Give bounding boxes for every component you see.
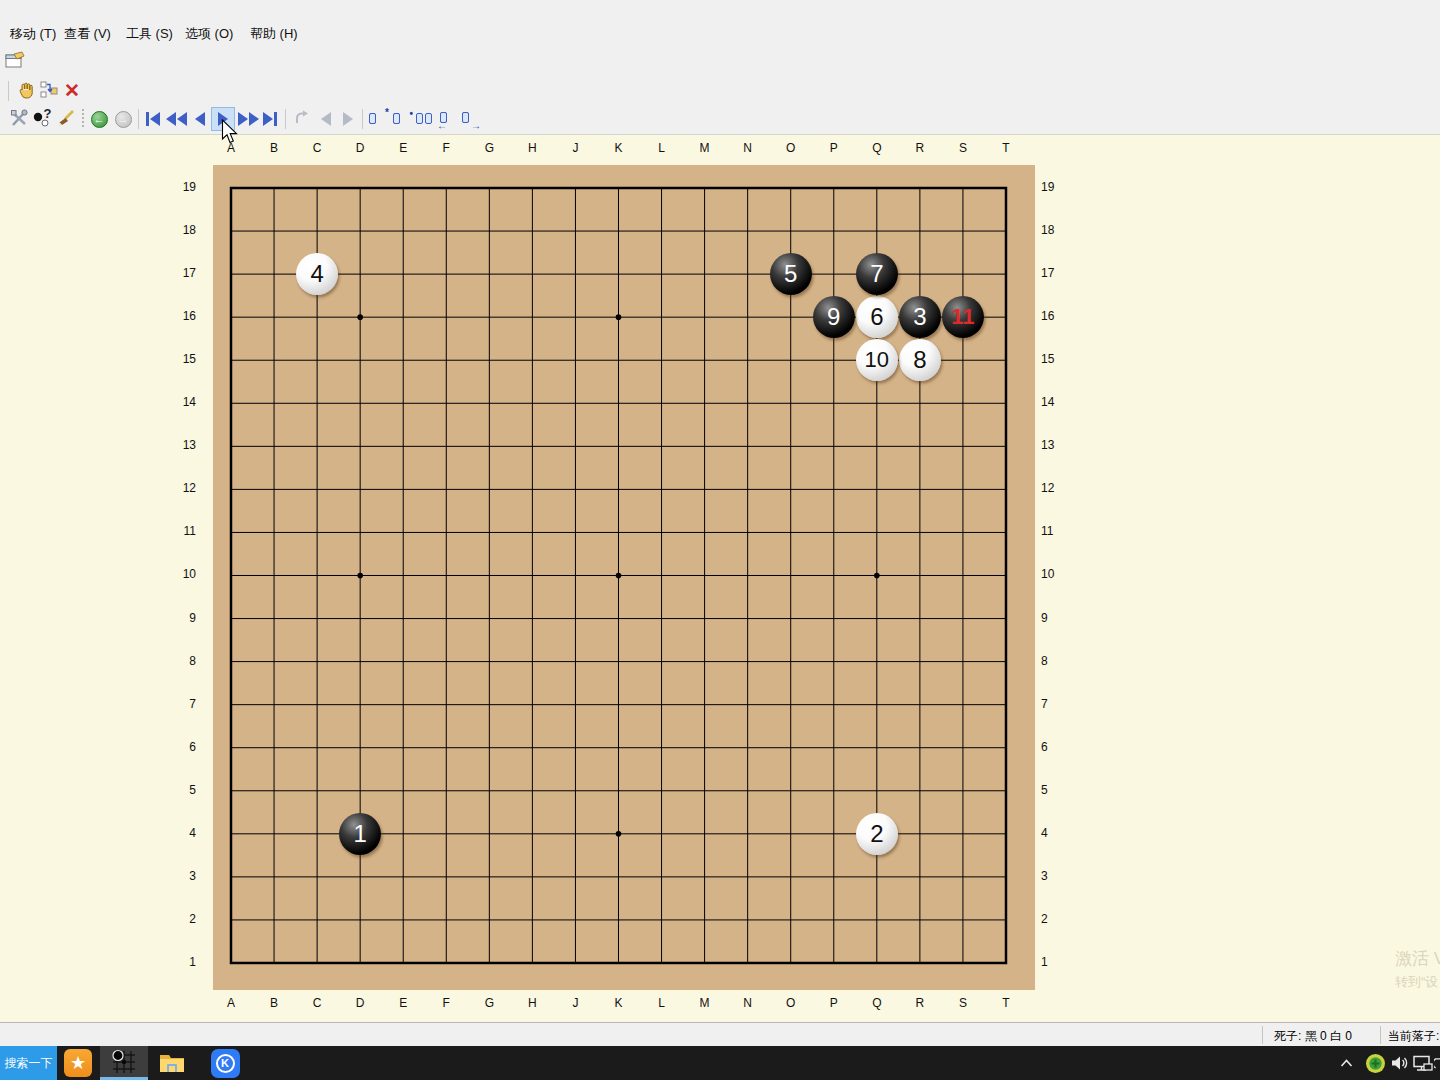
row-label-right: 13 <box>1041 438 1071 452</box>
first-move-icon[interactable] <box>141 107 165 131</box>
k-app-icon[interactable]: K <box>205 1046 245 1080</box>
stone-move-number: 11 <box>951 306 974 328</box>
nav-forward-icon[interactable]: → <box>112 108 134 130</box>
find-prev-icon[interactable]: ← <box>437 106 459 128</box>
col-label-bottom: R <box>910 996 930 1010</box>
col-label-bottom: G <box>479 996 499 1010</box>
col-label-bottom: B <box>264 996 284 1010</box>
current-move-status: 当前落子: <box>1388 1028 1439 1045</box>
col-label-top: L <box>652 141 672 155</box>
fast-back-icon[interactable] <box>164 107 188 131</box>
col-label-top: D <box>350 141 370 155</box>
row-label-left: 16 <box>166 309 196 323</box>
stone-black-p16[interactable]: 9 <box>813 296 855 338</box>
col-label-top: Q <box>867 141 887 155</box>
find-new-icon[interactable]: * <box>366 107 388 129</box>
menu-tools[interactable]: 工具 (S) <box>122 23 177 45</box>
row-label-left: 19 <box>166 180 196 194</box>
toolbar-separator <box>138 109 139 129</box>
stone-move-number: 3 <box>913 305 926 329</box>
star-point <box>616 314 622 320</box>
row-label-right: 3 <box>1041 869 1071 883</box>
row-label-right: 17 <box>1041 266 1071 280</box>
stone-move-number: 7 <box>870 262 883 286</box>
row-label-right: 2 <box>1041 912 1071 926</box>
col-label-bottom: Q <box>867 996 887 1010</box>
go-board[interactable]: 1234567891011 <box>213 165 1035 990</box>
file-explorer-icon[interactable] <box>152 1046 192 1080</box>
row-label-left: 2 <box>166 912 196 926</box>
row-label-left: 12 <box>166 481 196 495</box>
row-label-right: 12 <box>1041 481 1071 495</box>
row-label-left: 9 <box>166 611 196 625</box>
stone-black-d4[interactable]: 1 <box>339 813 381 855</box>
stone-black-r16[interactable]: 3 <box>899 296 941 338</box>
hand-icon[interactable] <box>15 79 37 101</box>
col-label-top: T <box>996 141 1016 155</box>
col-label-top: J <box>565 141 585 155</box>
star-point <box>616 573 622 579</box>
mouse-cursor <box>221 119 239 146</box>
star-point <box>357 573 363 579</box>
tools-icon[interactable] <box>8 107 30 129</box>
board-grid <box>213 165 1035 990</box>
row-label-left: 14 <box>166 395 196 409</box>
col-label-bottom: C <box>307 996 327 1010</box>
stone-move-number: 4 <box>310 262 323 286</box>
row-label-right: 18 <box>1041 223 1071 237</box>
paint-icon[interactable] <box>55 107 77 129</box>
row-label-left: 17 <box>166 266 196 280</box>
stone-move-number: 8 <box>913 348 926 372</box>
stone-white-q16[interactable]: 6 <box>856 296 898 338</box>
taskbar: 搜索一下 ★ K <box>0 1046 1440 1080</box>
go-app-icon[interactable] <box>100 1046 148 1080</box>
undo-icon[interactable] <box>290 107 312 129</box>
col-label-top: H <box>522 141 542 155</box>
stone-white-q15[interactable]: 10 <box>856 339 898 381</box>
row-label-right: 16 <box>1041 309 1071 323</box>
menu-options[interactable]: 选项 (O) <box>181 23 237 45</box>
variation-tree-icon[interactable] <box>38 79 60 101</box>
prev-variation-icon[interactable] <box>314 107 338 131</box>
row-label-right: 8 <box>1041 654 1071 668</box>
col-label-top: M <box>695 141 715 155</box>
row-label-right: 7 <box>1041 697 1071 711</box>
col-label-bottom: S <box>953 996 973 1010</box>
prev-move-icon[interactable] <box>188 107 212 131</box>
stone-move-number: 1 <box>353 822 366 846</box>
hao123-star-icon[interactable]: ★ <box>60 1046 96 1080</box>
col-label-bottom: K <box>608 996 628 1010</box>
stone-move-number: 6 <box>870 305 883 329</box>
row-label-right: 9 <box>1041 611 1071 625</box>
stone-move-number: 10 <box>865 349 889 371</box>
stone-black-q17[interactable]: 7 <box>856 253 898 295</box>
row-label-right: 11 <box>1041 524 1071 538</box>
menu-bar: 移动 (T) 查看 (V) 工具 (S) 选项 (O) 帮助 (H) <box>0 20 1440 46</box>
guess-move-icon[interactable]: ? <box>32 107 54 129</box>
row-label-right: 19 <box>1041 180 1071 194</box>
activate-windows-watermark: 激活 V 转到“设 <box>1395 947 1440 991</box>
svg-text:?: ? <box>44 108 52 121</box>
row-label-right: 15 <box>1041 352 1071 366</box>
stone-black-s16[interactable]: 11 <box>942 296 984 338</box>
col-label-bottom: F <box>436 996 456 1010</box>
row-label-right: 4 <box>1041 826 1071 840</box>
stone-move-number: 5 <box>784 262 797 286</box>
col-label-top: O <box>781 141 801 155</box>
col-label-bottom: J <box>565 996 585 1010</box>
toolbar-separator <box>362 109 363 129</box>
row-label-left: 18 <box>166 223 196 237</box>
stone-move-number: 2 <box>870 822 883 846</box>
next-variation-icon[interactable] <box>336 107 360 131</box>
row-label-left: 3 <box>166 869 196 883</box>
col-label-top: P <box>824 141 844 155</box>
col-label-bottom: H <box>522 996 542 1010</box>
stone-white-r15[interactable]: 8 <box>899 339 941 381</box>
col-label-top: B <box>264 141 284 155</box>
col-label-bottom: M <box>695 996 715 1010</box>
row-label-left: 10 <box>166 567 196 581</box>
find-current-icon[interactable]: • <box>390 107 412 129</box>
find-icon[interactable] <box>413 107 435 129</box>
row-label-left: 13 <box>166 438 196 452</box>
board-region: 1234567891011 激活 V 转到“设 AABBCCDDEEFFGGHH… <box>0 136 1440 1022</box>
nav-back-icon[interactable]: ← <box>88 108 110 130</box>
antivirus-icon[interactable] <box>1362 1046 1388 1080</box>
stone-white-c17[interactable]: 4 <box>296 253 338 295</box>
star-point <box>616 831 622 837</box>
col-label-top: C <box>307 141 327 155</box>
stone-black-o17[interactable]: 5 <box>770 253 812 295</box>
tray-overflow-icon[interactable] <box>1434 1046 1440 1080</box>
row-label-left: 5 <box>166 783 196 797</box>
col-label-top: R <box>910 141 930 155</box>
network-icon[interactable] <box>1410 1046 1436 1080</box>
row-label-left: 8 <box>166 654 196 668</box>
toolbar-separator <box>8 81 9 101</box>
toolbar-separator <box>82 109 84 127</box>
menu-move[interactable]: 移动 (T) <box>6 23 60 45</box>
col-label-bottom: O <box>781 996 801 1010</box>
properties-icon[interactable] <box>4 49 26 71</box>
window-chrome: 移动 (T) 查看 (V) 工具 (S) 选项 (O) 帮助 (H) ✕ <box>0 0 1440 135</box>
star-point <box>357 314 363 320</box>
col-label-bottom: P <box>824 996 844 1010</box>
col-label-bottom: N <box>738 996 758 1010</box>
col-label-bottom: D <box>350 996 370 1010</box>
col-label-top: F <box>436 141 456 155</box>
row-label-left: 1 <box>166 955 196 969</box>
menu-help[interactable]: 帮助 (H) <box>246 23 302 45</box>
last-move-icon[interactable] <box>258 107 282 131</box>
toolbar-separator <box>285 109 286 129</box>
row-label-right: 10 <box>1041 567 1071 581</box>
star-point <box>874 573 880 579</box>
volume-icon[interactable] <box>1388 1046 1412 1080</box>
fast-forward-icon[interactable] <box>236 107 260 131</box>
row-label-left: 11 <box>166 524 196 538</box>
col-label-top: E <box>393 141 413 155</box>
col-label-bottom: T <box>996 996 1016 1010</box>
row-label-right: 1 <box>1041 955 1071 969</box>
row-label-right: 6 <box>1041 740 1071 754</box>
row-label-right: 14 <box>1041 395 1071 409</box>
col-label-bottom: A <box>221 996 241 1010</box>
row-label-right: 5 <box>1041 783 1071 797</box>
col-label-top: G <box>479 141 499 155</box>
row-label-left: 7 <box>166 697 196 711</box>
row-label-left: 15 <box>166 352 196 366</box>
tray-expand-icon[interactable] <box>1334 1046 1358 1080</box>
col-label-top: K <box>608 141 628 155</box>
delete-icon[interactable]: ✕ <box>61 79 83 101</box>
find-next-icon[interactable]: → <box>459 106 481 128</box>
dead-stones-status: 死子: 黑 0 白 0 <box>1274 1028 1352 1045</box>
stone-move-number: 9 <box>827 305 840 329</box>
col-label-top: S <box>953 141 973 155</box>
taskbar-search-button[interactable]: 搜索一下 <box>0 1046 57 1080</box>
row-label-left: 4 <box>166 826 196 840</box>
stone-white-q4[interactable]: 2 <box>856 813 898 855</box>
col-label-bottom: E <box>393 996 413 1010</box>
col-label-bottom: L <box>652 996 672 1010</box>
col-label-top: N <box>738 141 758 155</box>
row-label-left: 6 <box>166 740 196 754</box>
status-bar: 死子: 黑 0 白 0 当前落子: <box>0 1022 1440 1046</box>
menu-view[interactable]: 查看 (V) <box>60 23 115 45</box>
